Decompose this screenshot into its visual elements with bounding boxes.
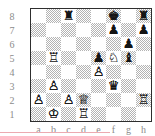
square-e1 bbox=[91, 107, 106, 121]
square-h2: ♖ bbox=[136, 93, 151, 107]
square-b8 bbox=[46, 9, 61, 23]
rank-label-6: 6 bbox=[2, 37, 22, 51]
rank-label-8: 8 bbox=[2, 9, 22, 23]
piece-white-king-b1: ♔ bbox=[46, 107, 61, 121]
square-h5 bbox=[136, 51, 151, 65]
piece-black-king-f8: ♚ bbox=[106, 9, 121, 23]
square-b1: ♔ bbox=[46, 107, 61, 121]
square-h7: ♟ bbox=[136, 23, 151, 37]
piece-white-rook-b5: ♖ bbox=[46, 51, 61, 65]
square-b7 bbox=[46, 23, 61, 37]
square-h4 bbox=[136, 65, 151, 79]
piece-white-queen-d2: ♕ bbox=[76, 93, 91, 107]
square-c4 bbox=[61, 65, 76, 79]
square-f3: ♛ bbox=[106, 79, 121, 93]
piece-black-rook-c8: ♜ bbox=[61, 9, 76, 23]
square-f5: ♘ bbox=[106, 51, 121, 65]
square-g6: ♟ bbox=[121, 37, 136, 51]
square-h6 bbox=[136, 37, 151, 51]
piece-black-pawn-h7: ♟ bbox=[136, 23, 151, 37]
piece-black-rook-h8: ♜ bbox=[136, 9, 151, 23]
piece-white-pawn-a2: ♙ bbox=[31, 93, 46, 107]
rank-labels: 87654321 bbox=[2, 9, 22, 121]
piece-white-pawn-e4: ♙ bbox=[91, 65, 106, 79]
square-b5: ♖ bbox=[46, 51, 61, 65]
square-b3: ♙ bbox=[46, 79, 61, 93]
square-g3 bbox=[121, 79, 136, 93]
piece-black-pawn-f7: ♟ bbox=[106, 23, 121, 37]
square-a7 bbox=[31, 23, 46, 37]
rank-label-7: 7 bbox=[2, 23, 22, 37]
rank-label-1: 1 bbox=[2, 107, 22, 121]
square-c7 bbox=[61, 23, 76, 37]
square-g4 bbox=[121, 65, 136, 79]
chess-diagram: 87654321 ♜♚♜♟♟♟♖♟♘♝♙♙♛♙♙♕♖♔♖ abcdefgh bbox=[0, 0, 155, 136]
square-g5: ♝ bbox=[121, 51, 136, 65]
page-underline-rule bbox=[0, 132, 110, 133]
square-c6 bbox=[61, 37, 76, 51]
square-c5 bbox=[61, 51, 76, 65]
square-f4 bbox=[106, 65, 121, 79]
square-a5 bbox=[31, 51, 46, 65]
square-f1 bbox=[106, 107, 121, 121]
rank-label-2: 2 bbox=[2, 93, 22, 107]
square-g8 bbox=[121, 9, 136, 23]
square-c3 bbox=[61, 79, 76, 93]
square-b4 bbox=[46, 65, 61, 79]
square-e4: ♙ bbox=[91, 65, 106, 79]
square-f2 bbox=[106, 93, 121, 107]
piece-black-pawn-e5: ♟ bbox=[91, 51, 106, 65]
square-f7: ♟ bbox=[106, 23, 121, 37]
rank-label-3: 3 bbox=[2, 79, 22, 93]
square-d7 bbox=[76, 23, 91, 37]
square-e2 bbox=[91, 93, 106, 107]
square-h8: ♜ bbox=[136, 9, 151, 23]
piece-white-knight-f5: ♘ bbox=[106, 51, 121, 65]
square-b6 bbox=[46, 37, 61, 51]
piece-black-pawn-g6: ♟ bbox=[121, 37, 136, 51]
rank-label-5: 5 bbox=[2, 51, 22, 65]
file-label-g: g bbox=[121, 124, 136, 134]
chess-board: ♜♚♜♟♟♟♖♟♘♝♙♙♛♙♙♕♖♔♖ bbox=[30, 8, 152, 122]
square-e6 bbox=[91, 37, 106, 51]
square-d5 bbox=[76, 51, 91, 65]
square-e8 bbox=[91, 9, 106, 23]
square-g7 bbox=[121, 23, 136, 37]
square-a1 bbox=[31, 107, 46, 121]
square-a2: ♙ bbox=[31, 93, 46, 107]
square-f8: ♚ bbox=[106, 9, 121, 23]
square-d3 bbox=[76, 79, 91, 93]
square-c8: ♜ bbox=[61, 9, 76, 23]
square-c2: ♙ bbox=[61, 93, 76, 107]
square-e5: ♟ bbox=[91, 51, 106, 65]
piece-black-queen-f3: ♛ bbox=[106, 79, 121, 93]
square-c1 bbox=[61, 107, 76, 121]
square-d4 bbox=[76, 65, 91, 79]
square-d6 bbox=[76, 37, 91, 51]
square-d2: ♕ bbox=[76, 93, 91, 107]
piece-white-rook-d1: ♖ bbox=[76, 107, 91, 121]
square-b2 bbox=[46, 93, 61, 107]
square-h1 bbox=[136, 107, 151, 121]
square-e7 bbox=[91, 23, 106, 37]
piece-white-pawn-b3: ♙ bbox=[46, 79, 61, 93]
square-a3 bbox=[31, 79, 46, 93]
square-d1: ♖ bbox=[76, 107, 91, 121]
piece-white-rook-h2: ♖ bbox=[136, 93, 151, 107]
rank-label-4: 4 bbox=[2, 65, 22, 79]
piece-white-pawn-c2: ♙ bbox=[61, 93, 76, 107]
square-a8 bbox=[31, 9, 46, 23]
square-g1 bbox=[121, 107, 136, 121]
square-a4 bbox=[31, 65, 46, 79]
piece-black-bishop-g5: ♝ bbox=[121, 51, 136, 65]
file-label-h: h bbox=[136, 124, 151, 134]
square-e3 bbox=[91, 79, 106, 93]
square-a6 bbox=[31, 37, 46, 51]
square-d8 bbox=[76, 9, 91, 23]
square-h3 bbox=[136, 79, 151, 93]
square-f6 bbox=[106, 37, 121, 51]
square-g2 bbox=[121, 93, 136, 107]
